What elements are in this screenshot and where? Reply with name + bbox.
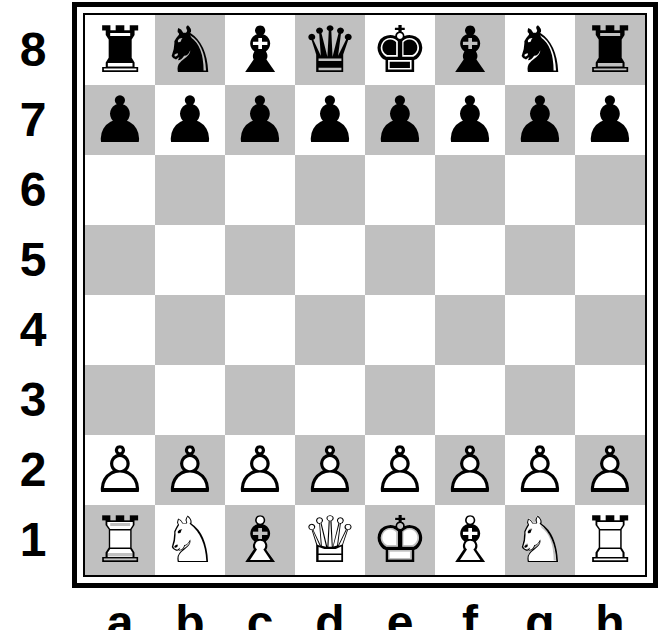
- white-pawn-outline: ♙: [295, 435, 365, 505]
- rank-label-6: 6: [0, 155, 66, 225]
- square-b7[interactable]: ♟: [155, 85, 225, 155]
- square-e8[interactable]: ♚: [365, 15, 435, 85]
- square-g2[interactable]: ♟♙: [505, 435, 575, 505]
- square-d8[interactable]: ♛: [295, 15, 365, 85]
- square-e2[interactable]: ♟♙: [365, 435, 435, 505]
- square-f1[interactable]: ♝♗: [435, 505, 505, 575]
- file-label-h: h: [575, 599, 645, 630]
- file-label-e: e: [365, 599, 435, 630]
- rank-label-1: 1: [0, 505, 66, 575]
- square-c7[interactable]: ♟: [225, 85, 295, 155]
- square-h4[interactable]: [575, 295, 645, 365]
- square-h8[interactable]: ♜: [575, 15, 645, 85]
- piece-white-rook[interactable]: ♜♖: [575, 505, 645, 575]
- file-label-b: b: [155, 599, 225, 630]
- piece-black-pawn[interactable]: ♟: [85, 85, 155, 155]
- square-d2[interactable]: ♟♙: [295, 435, 365, 505]
- square-c5[interactable]: [225, 225, 295, 295]
- square-f5[interactable]: [435, 225, 505, 295]
- piece-white-king[interactable]: ♚♔: [365, 505, 435, 575]
- square-e5[interactable]: [365, 225, 435, 295]
- square-d3[interactable]: [295, 365, 365, 435]
- white-pawn-outline: ♙: [155, 435, 225, 505]
- rank-label-7: 7: [0, 85, 66, 155]
- square-b5[interactable]: [155, 225, 225, 295]
- white-rook-outline: ♖: [575, 505, 645, 575]
- rank-label-3: 3: [0, 365, 66, 435]
- file-label-g: g: [505, 599, 575, 630]
- square-c1[interactable]: ♝♗: [225, 505, 295, 575]
- piece-black-pawn[interactable]: ♟: [295, 85, 365, 155]
- square-f6[interactable]: [435, 155, 505, 225]
- rank-label-4: 4: [0, 295, 66, 365]
- square-g5[interactable]: [505, 225, 575, 295]
- white-pawn-outline: ♙: [575, 435, 645, 505]
- square-h7[interactable]: ♟: [575, 85, 645, 155]
- rank-label-8: 8: [0, 15, 66, 85]
- square-f7[interactable]: ♟: [435, 85, 505, 155]
- square-c8[interactable]: ♝: [225, 15, 295, 85]
- piece-white-pawn[interactable]: ♟♙: [295, 435, 365, 505]
- square-a4[interactable]: [85, 295, 155, 365]
- square-h1[interactable]: ♜♖: [575, 505, 645, 575]
- white-pawn-outline: ♙: [435, 435, 505, 505]
- square-b3[interactable]: [155, 365, 225, 435]
- white-pawn-outline: ♙: [505, 435, 575, 505]
- piece-black-pawn[interactable]: ♟: [435, 85, 505, 155]
- square-c3[interactable]: [225, 365, 295, 435]
- piece-white-bishop[interactable]: ♝♗: [225, 505, 295, 575]
- square-b1[interactable]: ♞♘: [155, 505, 225, 575]
- square-b6[interactable]: [155, 155, 225, 225]
- white-bishop-outline: ♗: [435, 505, 505, 575]
- piece-white-bishop[interactable]: ♝♗: [435, 505, 505, 575]
- white-knight-outline: ♘: [155, 505, 225, 575]
- square-g1[interactable]: ♞♘: [505, 505, 575, 575]
- white-pawn-outline: ♙: [225, 435, 295, 505]
- chess-diagram-page: 87654321 ♜♞♝♛♚♝♞♜♟♟♟♟♟♟♟♟♟♙♟♙♟♙♟♙♟♙♟♙♟♙♟…: [0, 0, 664, 630]
- piece-black-king[interactable]: ♚: [365, 15, 435, 85]
- square-h5[interactable]: [575, 225, 645, 295]
- square-h2[interactable]: ♟♙: [575, 435, 645, 505]
- piece-white-pawn[interactable]: ♟♙: [225, 435, 295, 505]
- square-f8[interactable]: ♝: [435, 15, 505, 85]
- square-b2[interactable]: ♟♙: [155, 435, 225, 505]
- square-a7[interactable]: ♟: [85, 85, 155, 155]
- piece-black-knight[interactable]: ♞: [155, 15, 225, 85]
- square-e4[interactable]: [365, 295, 435, 365]
- rank-label-2: 2: [0, 435, 66, 505]
- piece-white-pawn[interactable]: ♟♙: [575, 435, 645, 505]
- square-g8[interactable]: ♞: [505, 15, 575, 85]
- square-g7[interactable]: ♟: [505, 85, 575, 155]
- square-a1[interactable]: ♜♖: [85, 505, 155, 575]
- piece-white-queen[interactable]: ♛♕: [295, 505, 365, 575]
- square-c2[interactable]: ♟♙: [225, 435, 295, 505]
- square-a2[interactable]: ♟♙: [85, 435, 155, 505]
- square-a8[interactable]: ♜: [85, 15, 155, 85]
- square-c4[interactable]: [225, 295, 295, 365]
- white-pawn-outline: ♙: [85, 435, 155, 505]
- white-rook-outline: ♖: [85, 505, 155, 575]
- square-e1[interactable]: ♚♔: [365, 505, 435, 575]
- square-f2[interactable]: ♟♙: [435, 435, 505, 505]
- square-d4[interactable]: [295, 295, 365, 365]
- piece-white-pawn[interactable]: ♟♙: [505, 435, 575, 505]
- file-label-d: d: [295, 599, 365, 630]
- file-label-c: c: [225, 599, 295, 630]
- square-h3[interactable]: [575, 365, 645, 435]
- piece-black-pawn[interactable]: ♟: [155, 85, 225, 155]
- chess-board: ♜♞♝♛♚♝♞♜♟♟♟♟♟♟♟♟♟♙♟♙♟♙♟♙♟♙♟♙♟♙♟♙♜♖♞♘♝♗♛♕…: [83, 13, 647, 577]
- square-d6[interactable]: [295, 155, 365, 225]
- square-e3[interactable]: [365, 365, 435, 435]
- file-label-f: f: [435, 599, 505, 630]
- rank-label-5: 5: [0, 225, 66, 295]
- white-pawn-outline: ♙: [365, 435, 435, 505]
- square-g4[interactable]: [505, 295, 575, 365]
- piece-black-pawn[interactable]: ♟: [505, 85, 575, 155]
- square-d5[interactable]: [295, 225, 365, 295]
- square-a5[interactable]: [85, 225, 155, 295]
- piece-black-bishop[interactable]: ♝: [435, 15, 505, 85]
- piece-black-pawn[interactable]: ♟: [575, 85, 645, 155]
- white-knight-outline: ♘: [505, 505, 575, 575]
- piece-black-bishop[interactable]: ♝: [225, 15, 295, 85]
- piece-white-rook[interactable]: ♜♖: [85, 505, 155, 575]
- file-label-a: a: [85, 599, 155, 630]
- piece-white-knight[interactable]: ♞♘: [505, 505, 575, 575]
- white-bishop-outline: ♗: [225, 505, 295, 575]
- piece-black-queen[interactable]: ♛: [295, 15, 365, 85]
- piece-black-knight[interactable]: ♞: [505, 15, 575, 85]
- square-e6[interactable]: [365, 155, 435, 225]
- square-d7[interactable]: ♟: [295, 85, 365, 155]
- square-f3[interactable]: [435, 365, 505, 435]
- square-b4[interactable]: [155, 295, 225, 365]
- piece-black-rook[interactable]: ♜: [85, 15, 155, 85]
- square-b8[interactable]: ♞: [155, 15, 225, 85]
- board-frame: ♜♞♝♛♚♝♞♜♟♟♟♟♟♟♟♟♟♙♟♙♟♙♟♙♟♙♟♙♟♙♟♙♜♖♞♘♝♗♛♕…: [72, 2, 658, 588]
- piece-white-pawn[interactable]: ♟♙: [85, 435, 155, 505]
- square-a3[interactable]: [85, 365, 155, 435]
- square-d1[interactable]: ♛♕: [295, 505, 365, 575]
- square-e7[interactable]: ♟: [365, 85, 435, 155]
- square-g6[interactable]: [505, 155, 575, 225]
- piece-black-pawn[interactable]: ♟: [365, 85, 435, 155]
- square-h6[interactable]: [575, 155, 645, 225]
- square-f4[interactable]: [435, 295, 505, 365]
- piece-black-pawn[interactable]: ♟: [225, 85, 295, 155]
- white-queen-outline: ♕: [295, 505, 365, 575]
- piece-white-knight[interactable]: ♞♘: [155, 505, 225, 575]
- piece-white-pawn[interactable]: ♟♙: [435, 435, 505, 505]
- square-c6[interactable]: [225, 155, 295, 225]
- square-a6[interactable]: [85, 155, 155, 225]
- piece-white-pawn[interactable]: ♟♙: [365, 435, 435, 505]
- square-g3[interactable]: [505, 365, 575, 435]
- piece-black-rook[interactable]: ♜: [575, 15, 645, 85]
- white-king-outline: ♔: [365, 505, 435, 575]
- piece-white-pawn[interactable]: ♟♙: [155, 435, 225, 505]
